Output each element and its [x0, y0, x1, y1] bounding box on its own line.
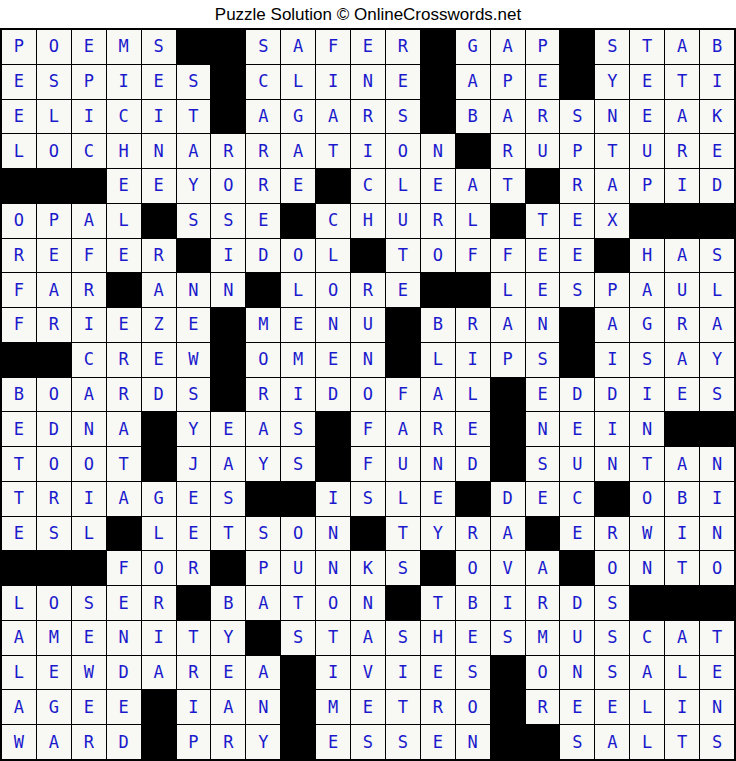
grid-cell: Y [211, 621, 245, 655]
grid-cell: L [2, 586, 36, 620]
black-cell [456, 273, 490, 307]
grid-cell: E [107, 586, 141, 620]
grid-cell: A [665, 239, 699, 273]
grid-cell: E [107, 308, 141, 342]
grid-cell: O [37, 447, 71, 481]
grid-cell: G [142, 482, 176, 516]
grid-cell: I [386, 656, 420, 690]
grid-cell: Y [595, 65, 629, 99]
black-cell [630, 204, 664, 238]
grid-cell: A [316, 100, 350, 134]
grid-cell: A [595, 308, 629, 342]
grid-cell: L [456, 378, 490, 412]
grid-cell: E [560, 412, 594, 446]
grid-cell: R [526, 100, 560, 134]
grid-cell: I [142, 621, 176, 655]
grid-cell: O [142, 551, 176, 585]
black-cell [281, 204, 315, 238]
grid-cell: U [526, 134, 560, 168]
grid-cell: I [456, 343, 490, 377]
grid-cell: A [37, 273, 71, 307]
grid-cell: A [107, 482, 141, 516]
grid-cell: O [37, 134, 71, 168]
grid-cell: R [211, 725, 245, 759]
grid-cell: E [177, 517, 211, 551]
grid-cell: R [351, 100, 385, 134]
grid-cell: E [630, 65, 664, 99]
grid-cell: R [526, 690, 560, 724]
grid-cell: N [316, 551, 350, 585]
grid-cell: A [386, 412, 420, 446]
grid-cell: I [177, 690, 211, 724]
grid-cell: N [211, 273, 245, 307]
black-cell [560, 551, 594, 585]
black-cell [421, 100, 455, 134]
black-cell [491, 204, 525, 238]
grid-cell: E [281, 169, 315, 203]
grid-cell: R [665, 134, 699, 168]
grid-cell: L [630, 725, 664, 759]
grid-cell: A [281, 134, 315, 168]
grid-cell: S [595, 621, 629, 655]
black-cell [211, 100, 245, 134]
grid-cell: T [386, 690, 420, 724]
grid-cell: E [142, 169, 176, 203]
grid-cell: R [107, 378, 141, 412]
grid-cell: A [491, 517, 525, 551]
grid-cell: E [107, 690, 141, 724]
grid-cell: A [665, 447, 699, 481]
black-cell [246, 273, 280, 307]
grid-cell: V [351, 656, 385, 690]
grid-cell: A [246, 412, 280, 446]
black-cell [665, 586, 699, 620]
grid-cell: E [560, 517, 594, 551]
grid-cell: G [456, 30, 490, 64]
black-cell [386, 343, 420, 377]
grid-cell: S [177, 204, 211, 238]
grid-cell: V [491, 551, 525, 585]
grid-cell: A [72, 378, 106, 412]
grid-cell: N [351, 586, 385, 620]
grid-cell: S [142, 30, 176, 64]
grid-cell: N [351, 65, 385, 99]
black-cell [246, 482, 280, 516]
grid-cell: S [211, 482, 245, 516]
grid-cell: O [281, 517, 315, 551]
grid-cell: T [665, 725, 699, 759]
grid-cell: N [595, 447, 629, 481]
grid-cell: S [37, 65, 71, 99]
black-cell [491, 412, 525, 446]
crossword-grid: POEMSSAFERGAPSTABESPIESCLINEAPEYETIELICI… [0, 28, 736, 761]
black-cell [595, 239, 629, 273]
grid-cell: N [177, 273, 211, 307]
grid-cell: R [72, 725, 106, 759]
grid-cell: W [630, 517, 664, 551]
black-cell [107, 273, 141, 307]
grid-cell: I [72, 482, 106, 516]
grid-cell: I [72, 308, 106, 342]
grid-cell: E [526, 65, 560, 99]
grid-cell: F [456, 239, 490, 273]
grid-cell: E [560, 239, 594, 273]
black-cell [595, 482, 629, 516]
grid-cell: E [142, 65, 176, 99]
grid-cell: R [2, 239, 36, 273]
grid-cell: P [2, 30, 36, 64]
grid-cell: E [526, 273, 560, 307]
grid-cell: E [107, 169, 141, 203]
grid-cell: N [316, 517, 350, 551]
grid-cell: H [351, 204, 385, 238]
grid-cell: P [630, 169, 664, 203]
grid-cell: U [281, 551, 315, 585]
black-cell [211, 343, 245, 377]
grid-cell: I [351, 134, 385, 168]
black-cell [421, 551, 455, 585]
grid-cell: O [386, 134, 420, 168]
grid-cell: G [37, 690, 71, 724]
grid-cell: E [72, 621, 106, 655]
grid-cell: A [2, 690, 36, 724]
grid-cell: M [281, 343, 315, 377]
black-cell [2, 343, 36, 377]
grid-cell: E [72, 690, 106, 724]
black-cell [351, 239, 385, 273]
grid-cell: R [456, 308, 490, 342]
grid-cell: M [316, 690, 350, 724]
black-cell [421, 30, 455, 64]
grid-cell: E [351, 690, 385, 724]
black-cell [142, 690, 176, 724]
grid-cell: L [107, 204, 141, 238]
black-cell [491, 725, 525, 759]
grid-cell: R [421, 204, 455, 238]
grid-cell: O [37, 378, 71, 412]
black-cell [560, 65, 594, 99]
grid-cell: O [37, 586, 71, 620]
grid-cell: P [560, 134, 594, 168]
grid-cell: C [246, 65, 280, 99]
black-cell [281, 656, 315, 690]
grid-cell: U [560, 621, 594, 655]
black-cell [211, 308, 245, 342]
grid-cell: I [142, 100, 176, 134]
grid-cell: S [700, 378, 734, 412]
grid-cell: C [630, 621, 664, 655]
grid-cell: R [177, 551, 211, 585]
grid-cell: E [421, 169, 455, 203]
black-cell [2, 551, 36, 585]
black-cell [107, 517, 141, 551]
grid-cell: I [72, 100, 106, 134]
grid-cell: T [211, 517, 245, 551]
black-cell [421, 65, 455, 99]
grid-cell: N [595, 100, 629, 134]
grid-cell: P [72, 65, 106, 99]
grid-cell: A [526, 551, 560, 585]
grid-cell: R [386, 30, 420, 64]
black-cell [211, 551, 245, 585]
black-cell [421, 273, 455, 307]
black-cell [211, 378, 245, 412]
black-cell [386, 586, 420, 620]
grid-cell: N [316, 308, 350, 342]
black-cell [37, 551, 71, 585]
grid-cell: E [177, 482, 211, 516]
grid-cell: R [211, 134, 245, 168]
black-cell [630, 586, 664, 620]
grid-cell: E [421, 482, 455, 516]
grid-cell: L [2, 656, 36, 690]
grid-cell: U [630, 134, 664, 168]
grid-cell: S [700, 239, 734, 273]
grid-cell: E [281, 308, 315, 342]
grid-cell: L [281, 65, 315, 99]
grid-cell: O [421, 239, 455, 273]
grid-cell: P [37, 204, 71, 238]
grid-cell: F [72, 239, 106, 273]
grid-cell: L [386, 169, 420, 203]
grid-cell: N [700, 690, 734, 724]
grid-cell: S [560, 273, 594, 307]
black-cell [142, 204, 176, 238]
grid-cell: I [595, 412, 629, 446]
grid-cell: N [421, 134, 455, 168]
grid-cell: F [316, 30, 350, 64]
grid-cell: E [37, 239, 71, 273]
grid-cell: I [630, 378, 664, 412]
grid-cell: N [142, 134, 176, 168]
grid-cell: B [456, 586, 490, 620]
grid-cell: E [107, 239, 141, 273]
grid-cell: A [665, 343, 699, 377]
grid-cell: P [595, 273, 629, 307]
grid-cell: E [526, 378, 560, 412]
grid-cell: O [37, 30, 71, 64]
grid-cell: G [281, 100, 315, 134]
grid-cell: O [595, 551, 629, 585]
grid-cell: A [700, 308, 734, 342]
grid-cell: E [2, 517, 36, 551]
grid-cell: R [665, 308, 699, 342]
grid-cell: A [211, 690, 245, 724]
black-cell [665, 412, 699, 446]
grid-cell: K [700, 100, 734, 134]
grid-cell: C [351, 169, 385, 203]
grid-cell: O [211, 169, 245, 203]
grid-cell: S [630, 343, 664, 377]
grid-cell: O [316, 586, 350, 620]
grid-cell: U [665, 273, 699, 307]
black-cell [351, 517, 385, 551]
black-cell [560, 308, 594, 342]
grid-cell: R [246, 134, 280, 168]
grid-cell: S [456, 656, 490, 690]
grid-cell: R [526, 586, 560, 620]
grid-cell: F [2, 308, 36, 342]
black-cell [246, 621, 280, 655]
grid-cell: G [630, 308, 664, 342]
grid-cell: A [246, 656, 280, 690]
grid-cell: A [491, 30, 525, 64]
grid-cell: O [351, 378, 385, 412]
grid-cell: E [700, 656, 734, 690]
grid-cell: S [246, 517, 280, 551]
grid-cell: F [351, 447, 385, 481]
grid-cell: O [630, 482, 664, 516]
grid-cell: T [2, 482, 36, 516]
grid-cell: E [316, 343, 350, 377]
grid-cell: S [386, 100, 420, 134]
black-cell [316, 412, 350, 446]
black-cell [281, 690, 315, 724]
grid-cell: T [281, 586, 315, 620]
grid-cell: E [526, 239, 560, 273]
grid-cell: O [526, 656, 560, 690]
grid-cell: S [281, 621, 315, 655]
grid-cell: N [421, 447, 455, 481]
grid-cell: E [177, 308, 211, 342]
black-cell [281, 725, 315, 759]
grid-cell: L [491, 273, 525, 307]
grid-cell: A [107, 412, 141, 446]
grid-cell: O [72, 447, 106, 481]
grid-cell: Y [177, 412, 211, 446]
grid-cell: F [491, 239, 525, 273]
grid-cell: L [37, 100, 71, 134]
grid-cell: T [630, 447, 664, 481]
grid-cell: J [177, 447, 211, 481]
black-cell [142, 447, 176, 481]
grid-cell: A [491, 100, 525, 134]
black-cell [560, 343, 594, 377]
grid-cell: A [72, 204, 106, 238]
black-cell [37, 169, 71, 203]
grid-cell: S [560, 725, 594, 759]
grid-cell: L [630, 690, 664, 724]
grid-cell: Y [421, 517, 455, 551]
grid-cell: R [177, 656, 211, 690]
black-cell [2, 169, 36, 203]
grid-cell: C [107, 100, 141, 134]
grid-cell: S [595, 586, 629, 620]
grid-cell: L [421, 343, 455, 377]
grid-cell: C [560, 482, 594, 516]
grid-cell: I [107, 65, 141, 99]
grid-cell: E [316, 725, 350, 759]
grid-cell: S [700, 725, 734, 759]
page-title: Puzzle Solution © OnlineCrosswords.net [215, 5, 521, 25]
grid-cell: R [142, 239, 176, 273]
grid-cell: A [351, 621, 385, 655]
grid-cell: B [421, 308, 455, 342]
grid-cell: T [177, 621, 211, 655]
grid-cell: I [665, 690, 699, 724]
black-cell [456, 482, 490, 516]
grid-cell: E [630, 100, 664, 134]
grid-cell: U [386, 204, 420, 238]
grid-cell: S [526, 447, 560, 481]
grid-cell: I [316, 65, 350, 99]
grid-cell: E [421, 725, 455, 759]
grid-cell: B [700, 30, 734, 64]
grid-cell: E [37, 656, 71, 690]
grid-cell: S [386, 621, 420, 655]
grid-cell: Y [246, 447, 280, 481]
grid-cell: E [351, 30, 385, 64]
grid-cell: T [630, 30, 664, 64]
grid-cell: B [665, 482, 699, 516]
grid-cell: A [281, 30, 315, 64]
grid-cell: N [526, 412, 560, 446]
grid-cell: H [421, 621, 455, 655]
grid-cell: F [107, 551, 141, 585]
grid-cell: R [246, 378, 280, 412]
grid-cell: W [2, 725, 36, 759]
grid-cell: R [37, 308, 71, 342]
grid-cell: E [2, 65, 36, 99]
black-cell [456, 134, 490, 168]
grid-cell: S [386, 725, 420, 759]
grid-cell: A [142, 273, 176, 307]
grid-cell: S [177, 65, 211, 99]
grid-cell: L [386, 482, 420, 516]
grid-cell: E [421, 656, 455, 690]
grid-cell: T [665, 551, 699, 585]
grid-cell: D [246, 239, 280, 273]
black-cell [526, 725, 560, 759]
grid-cell: N [560, 656, 594, 690]
grid-cell: T [107, 447, 141, 481]
grid-cell: N [630, 551, 664, 585]
grid-cell: C [72, 343, 106, 377]
grid-cell: O [316, 273, 350, 307]
grid-cell: S [526, 343, 560, 377]
grid-cell: R [491, 134, 525, 168]
grid-cell: A [37, 725, 71, 759]
black-cell [177, 586, 211, 620]
grid-cell: N [456, 725, 490, 759]
grid-cell: T [386, 239, 420, 273]
black-cell [142, 725, 176, 759]
grid-cell: E [142, 343, 176, 377]
grid-cell: B [456, 100, 490, 134]
grid-cell: S [72, 586, 106, 620]
grid-cell: A [665, 30, 699, 64]
grid-cell: A [142, 656, 176, 690]
grid-cell: N [72, 412, 106, 446]
grid-cell: Y [700, 343, 734, 377]
black-cell [72, 551, 106, 585]
grid-cell: N [700, 517, 734, 551]
grid-cell: W [72, 656, 106, 690]
grid-cell: T [316, 621, 350, 655]
black-cell [316, 447, 350, 481]
grid-cell: R [142, 586, 176, 620]
grid-cell: K [351, 551, 385, 585]
grid-cell: F [351, 412, 385, 446]
grid-cell: N [700, 447, 734, 481]
grid-cell: N [526, 308, 560, 342]
grid-cell: E [211, 656, 245, 690]
grid-cell: O [456, 690, 490, 724]
grid-cell: C [316, 204, 350, 238]
grid-cell: A [630, 656, 664, 690]
grid-cell: L [665, 656, 699, 690]
grid-cell: T [526, 204, 560, 238]
